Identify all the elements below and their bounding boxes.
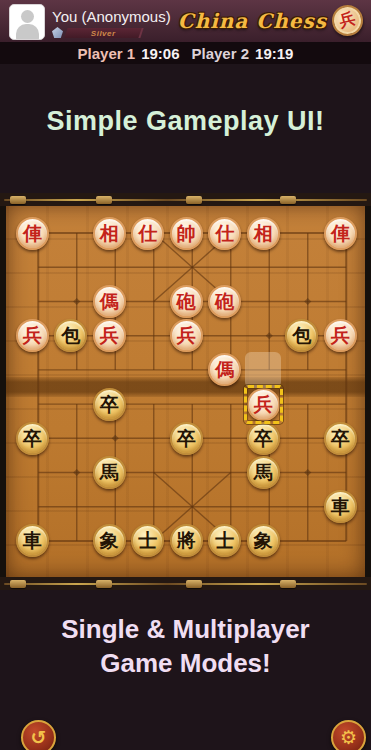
rank-gem-icon <box>52 27 63 38</box>
black-cannon-piece[interactable]: 包 <box>285 319 318 352</box>
tagline-gameplay: Simple Gameplay UI! <box>0 106 371 137</box>
board-frame-top <box>0 193 371 206</box>
rank-badge-label: Silver <box>91 29 116 38</box>
red-cannon-piece[interactable]: 砲 <box>170 285 203 318</box>
red-cannon-piece[interactable]: 砲 <box>208 285 241 318</box>
frame-clasp <box>280 196 296 204</box>
rank-badge: Silver <box>64 28 143 38</box>
back-button[interactable]: ↺ <box>21 720 56 750</box>
clock-bar: Player 1 19:06 Player 2 19:19 <box>0 42 371 64</box>
header-bar: You (Anonymous) Silver China Chess 兵 <box>0 0 371 42</box>
red-advisor-piece[interactable]: 仕 <box>131 217 164 250</box>
app-screen: You (Anonymous) Silver China Chess 兵 Pla… <box>0 0 371 750</box>
tagline-modes-line1: Single & Multiplayer <box>0 612 371 646</box>
black-chariot-piece[interactable]: 車 <box>16 524 49 557</box>
black-general-piece[interactable]: 將 <box>170 524 203 557</box>
red-advisor-piece[interactable]: 仕 <box>208 217 241 250</box>
black-chariot-piece[interactable]: 車 <box>324 490 357 523</box>
frame-clasp <box>96 196 112 204</box>
red-horse-piece[interactable]: 傌 <box>93 285 126 318</box>
logo-piece-icon: 兵 <box>329 2 367 40</box>
gear-icon: ⚙ <box>340 726 357 749</box>
black-soldier-piece[interactable]: 卒 <box>16 422 49 455</box>
black-elephant-piece[interactable]: 象 <box>93 524 126 557</box>
black-horse-piece[interactable]: 馬 <box>93 456 126 489</box>
avatar-person-icon-body <box>16 24 39 40</box>
red-soldier-piece[interactable]: 兵 <box>324 319 357 352</box>
red-soldier-piece[interactable]: 兵 <box>93 319 126 352</box>
black-advisor-piece[interactable]: 士 <box>131 524 164 557</box>
move-from-highlight <box>245 352 281 388</box>
tagline-modes-line2: Game Modes! <box>0 646 371 680</box>
red-soldier-piece[interactable]: 兵 <box>16 319 49 352</box>
player2-label: Player 2 <box>192 45 250 62</box>
player1-clock: 19:06 <box>141 45 179 62</box>
frame-clasp <box>186 580 202 588</box>
settings-button[interactable]: ⚙ <box>331 720 366 750</box>
username-label: You (Anonymous) <box>52 8 171 25</box>
red-general-piece[interactable]: 帥 <box>170 217 203 250</box>
black-elephant-piece[interactable]: 象 <box>247 524 280 557</box>
tagline-modes: Single & Multiplayer Game Modes! <box>0 612 371 680</box>
red-chariot-piece[interactable]: 俥 <box>324 217 357 250</box>
player1-label: Player 1 <box>78 45 136 62</box>
avatar-person-icon <box>21 10 34 23</box>
board-frame-bottom <box>0 577 371 590</box>
player2-clock: 19:19 <box>255 45 293 62</box>
frame-clasp <box>96 580 112 588</box>
selected-piece-frame <box>244 385 283 424</box>
game-logo: China Chess <box>178 9 327 33</box>
red-chariot-piece[interactable]: 俥 <box>16 217 49 250</box>
black-soldier-piece[interactable]: 卒 <box>93 388 126 421</box>
red-elephant-piece[interactable]: 相 <box>93 217 126 250</box>
black-advisor-piece[interactable]: 士 <box>208 524 241 557</box>
undo-arrow-icon: ↺ <box>31 726 47 749</box>
user-avatar[interactable] <box>9 4 45 40</box>
frame-clasp <box>10 196 26 204</box>
frame-clasp <box>280 580 296 588</box>
frame-clasp <box>10 580 26 588</box>
red-horse-piece[interactable]: 傌 <box>208 353 241 386</box>
xiangqi-board[interactable]: 俥相仕帥仕相俥傌砲砲兵包兵兵包兵傌卒兵卒卒卒卒馬馬車車象士將士象 <box>0 193 371 590</box>
red-elephant-piece[interactable]: 相 <box>247 217 280 250</box>
pieces-layer: 俥相仕帥仕相俥傌砲砲兵包兵兵包兵傌卒兵卒卒卒卒馬馬車車象士將士象 <box>13 216 360 558</box>
black-soldier-piece[interactable]: 卒 <box>170 422 203 455</box>
black-soldier-piece[interactable]: 卒 <box>324 422 357 455</box>
black-cannon-piece[interactable]: 包 <box>54 319 87 352</box>
black-soldier-piece[interactable]: 卒 <box>247 422 280 455</box>
black-horse-piece[interactable]: 馬 <box>247 456 280 489</box>
frame-clasp <box>186 196 202 204</box>
red-soldier-piece[interactable]: 兵 <box>170 319 203 352</box>
